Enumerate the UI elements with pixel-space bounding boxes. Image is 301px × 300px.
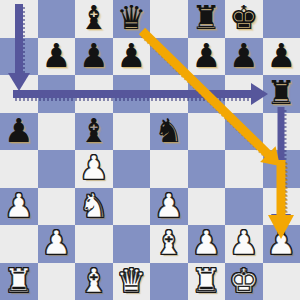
square-c3[interactable]: ♞ (75, 188, 113, 226)
white-bishop: ♝ (79, 264, 109, 297)
black-pawn: ♟ (266, 39, 296, 72)
square-h5[interactable] (263, 113, 301, 151)
white-king: ♚ (229, 264, 259, 297)
square-a3[interactable]: ♟ (0, 188, 38, 226)
square-a7[interactable] (0, 38, 38, 76)
square-c8[interactable]: ♝ (75, 0, 113, 38)
black-pawn: ♟ (191, 39, 221, 72)
square-a4[interactable] (0, 150, 38, 188)
square-b3[interactable] (38, 188, 76, 226)
square-a6[interactable] (0, 75, 38, 113)
black-pawn: ♟ (79, 39, 109, 72)
square-b2[interactable]: ♟ (38, 225, 76, 263)
square-d5[interactable] (113, 113, 151, 151)
square-b5[interactable] (38, 113, 76, 151)
white-rook: ♜ (191, 264, 221, 297)
chess-lesson-diagram: ♝♛♜♚♟♟♟♟♟♟♜♟♝♞♟♟♞♟♟♝♟♟♟♜♝♛♜♚ (0, 0, 300, 300)
black-knight: ♞ (154, 114, 184, 147)
square-c2[interactable] (75, 225, 113, 263)
black-king: ♚ (229, 1, 259, 34)
white-rook: ♜ (4, 264, 34, 297)
square-g3[interactable] (225, 188, 263, 226)
square-f3[interactable] (188, 188, 226, 226)
square-e8[interactable] (150, 0, 188, 38)
white-bishop: ♝ (154, 226, 184, 259)
square-e3[interactable]: ♟ (150, 188, 188, 226)
square-d3[interactable] (113, 188, 151, 226)
square-e1[interactable] (150, 263, 188, 300)
white-knight: ♞ (79, 189, 109, 222)
square-h4[interactable] (263, 150, 301, 188)
square-h2[interactable]: ♟ (263, 225, 301, 263)
square-c5[interactable]: ♝ (75, 113, 113, 151)
square-b1[interactable] (38, 263, 76, 300)
square-h1[interactable] (263, 263, 301, 300)
square-d4[interactable] (113, 150, 151, 188)
white-pawn: ♟ (79, 151, 109, 184)
square-f4[interactable] (188, 150, 226, 188)
white-pawn: ♟ (154, 189, 184, 222)
black-rook: ♜ (191, 1, 221, 34)
square-e4[interactable] (150, 150, 188, 188)
white-queen: ♛ (116, 264, 146, 297)
black-rook: ♜ (266, 76, 296, 109)
square-c6[interactable] (75, 75, 113, 113)
square-h8[interactable] (263, 0, 301, 38)
square-d1[interactable]: ♛ (113, 263, 151, 300)
square-d2[interactable] (113, 225, 151, 263)
square-g7[interactable]: ♟ (225, 38, 263, 76)
square-f7[interactable]: ♟ (188, 38, 226, 76)
square-b6[interactable] (38, 75, 76, 113)
white-pawn: ♟ (229, 226, 259, 259)
square-e6[interactable] (150, 75, 188, 113)
square-a1[interactable]: ♜ (0, 263, 38, 300)
black-pawn: ♟ (41, 39, 71, 72)
square-h3[interactable] (263, 188, 301, 226)
black-queen: ♛ (116, 1, 146, 34)
white-pawn: ♟ (191, 226, 221, 259)
square-c7[interactable]: ♟ (75, 38, 113, 76)
square-h7[interactable]: ♟ (263, 38, 301, 76)
square-a5[interactable]: ♟ (0, 113, 38, 151)
square-d7[interactable]: ♟ (113, 38, 151, 76)
square-d6[interactable] (113, 75, 151, 113)
square-e5[interactable]: ♞ (150, 113, 188, 151)
square-b4[interactable] (38, 150, 76, 188)
square-g1[interactable]: ♚ (225, 263, 263, 300)
square-g4[interactable] (225, 150, 263, 188)
square-d8[interactable]: ♛ (113, 0, 151, 38)
square-f2[interactable]: ♟ (188, 225, 226, 263)
square-f8[interactable]: ♜ (188, 0, 226, 38)
chess-board: ♝♛♜♚♟♟♟♟♟♟♜♟♝♞♟♟♞♟♟♝♟♟♟♜♝♛♜♚ (0, 0, 300, 300)
square-b7[interactable]: ♟ (38, 38, 76, 76)
black-bishop: ♝ (79, 114, 109, 147)
square-c4[interactable]: ♟ (75, 150, 113, 188)
square-a8[interactable] (0, 0, 38, 38)
square-h6[interactable]: ♜ (263, 75, 301, 113)
black-pawn: ♟ (229, 39, 259, 72)
square-e2[interactable]: ♝ (150, 225, 188, 263)
white-pawn: ♟ (4, 189, 34, 222)
square-g2[interactable]: ♟ (225, 225, 263, 263)
square-f6[interactable] (188, 75, 226, 113)
white-pawn: ♟ (266, 226, 296, 259)
square-g5[interactable] (225, 113, 263, 151)
square-g6[interactable] (225, 75, 263, 113)
square-c1[interactable]: ♝ (75, 263, 113, 300)
black-pawn: ♟ (4, 114, 34, 147)
square-b8[interactable] (38, 0, 76, 38)
white-pawn: ♟ (41, 226, 71, 259)
black-bishop: ♝ (79, 1, 109, 34)
square-g8[interactable]: ♚ (225, 0, 263, 38)
square-e7[interactable] (150, 38, 188, 76)
square-f5[interactable] (188, 113, 226, 151)
square-a2[interactable] (0, 225, 38, 263)
square-f1[interactable]: ♜ (188, 263, 226, 300)
black-pawn: ♟ (116, 39, 146, 72)
